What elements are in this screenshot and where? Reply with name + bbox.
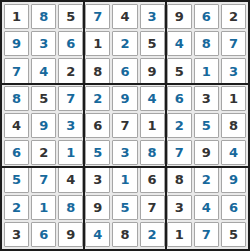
sudoku-cell-r2c7[interactable]: 4 <box>167 31 192 56</box>
given-digit: 9 <box>175 10 184 23</box>
solved-digit: 7 <box>12 65 21 78</box>
given-digit: 8 <box>229 119 238 132</box>
solved-digit: 7 <box>202 228 211 241</box>
given-digit: 8 <box>93 65 102 78</box>
given-digit: 6 <box>148 173 157 186</box>
given-digit: 9 <box>93 201 102 214</box>
sudoku-cell-r3c4[interactable]: 8 <box>85 58 110 83</box>
sudoku-cell-r7c5[interactable]: 1 <box>112 167 137 192</box>
sudoku-cell-r1c7[interactable]: 9 <box>167 4 192 29</box>
sudoku-cell-r8c3[interactable]: 8 <box>58 195 83 220</box>
sudoku-cell-r4c8[interactable]: 3 <box>194 86 219 111</box>
sudoku-cell-r6c5[interactable]: 3 <box>112 140 137 165</box>
solved-digit: 3 <box>66 119 75 132</box>
sudoku-cell-r4c9[interactable]: 1 <box>221 86 246 111</box>
solved-digit: 6 <box>229 201 238 214</box>
solved-digit: 3 <box>39 37 48 50</box>
given-digit: 6 <box>93 119 102 132</box>
solved-digit: 6 <box>120 65 129 78</box>
solved-digit: 8 <box>12 92 21 105</box>
given-digit: 4 <box>66 173 75 186</box>
sudoku-cell-r3c6[interactable]: 9 <box>140 58 165 83</box>
sudoku-cell-r5c9[interactable]: 8 <box>221 113 246 138</box>
given-digit: 4 <box>120 10 129 23</box>
solved-digit: 4 <box>229 146 238 159</box>
solved-digit: 7 <box>39 173 48 186</box>
solved-digit: 1 <box>120 173 129 186</box>
sudoku-cell-r6c3[interactable]: 1 <box>58 140 83 165</box>
sudoku-cell-r7c7[interactable]: 8 <box>167 167 192 192</box>
sudoku-cell-r6c9[interactable]: 4 <box>221 140 246 165</box>
sudoku-cell-r1c4[interactable]: 7 <box>85 4 110 29</box>
solved-digit: 9 <box>39 119 48 132</box>
solved-digit: 5 <box>202 119 211 132</box>
solved-digit: 2 <box>148 228 157 241</box>
given-digit: 2 <box>66 65 75 78</box>
sudoku-cell-r6c4[interactable]: 5 <box>85 140 110 165</box>
sudoku-cell-r1c2[interactable]: 8 <box>31 4 56 29</box>
given-digit: 3 <box>93 173 102 186</box>
sudoku-cell-r7c8[interactable]: 2 <box>194 167 219 192</box>
solved-digit: 1 <box>66 146 75 159</box>
sudoku-cell-r4c4[interactable]: 2 <box>85 86 110 111</box>
solved-digit: 7 <box>66 92 75 105</box>
solved-digit: 4 <box>93 228 102 241</box>
sudoku-cell-r6c1[interactable]: 6 <box>4 140 29 165</box>
given-digit: 1 <box>229 92 238 105</box>
solved-digit: 6 <box>175 92 184 105</box>
sudoku-cell-r4c5[interactable]: 9 <box>112 86 137 111</box>
solved-digit: 8 <box>66 201 75 214</box>
given-digit: 8 <box>120 228 129 241</box>
sudoku-cell-r1c8[interactable]: 6 <box>194 4 219 29</box>
sudoku-cell-r8c5[interactable]: 5 <box>112 195 137 220</box>
sudoku-cell-r8c7[interactable]: 3 <box>167 195 192 220</box>
sudoku-cell-r9c4[interactable]: 4 <box>85 222 110 247</box>
solved-digit: 2 <box>120 37 129 50</box>
solved-digit: 5 <box>93 146 102 159</box>
sudoku-grid: 1857439629361254877428695138572946314936… <box>2 2 248 249</box>
solved-digit: 1 <box>202 65 211 78</box>
sudoku-cell-r8c4[interactable]: 9 <box>85 195 110 220</box>
sudoku-cell-r1c1[interactable]: 1 <box>4 4 29 29</box>
given-digit: 5 <box>39 92 48 105</box>
sudoku-cell-r8c8[interactable]: 4 <box>194 195 219 220</box>
solved-digit: 2 <box>93 92 102 105</box>
given-digit: 5 <box>175 65 184 78</box>
solved-digit: 7 <box>229 37 238 50</box>
solved-digit: 2 <box>175 119 184 132</box>
solved-digit: 4 <box>202 201 211 214</box>
sudoku-cell-r5c7[interactable]: 2 <box>167 113 192 138</box>
solved-digit: 3 <box>120 146 129 159</box>
sudoku-cell-r9c7[interactable]: 1 <box>167 222 192 247</box>
solved-digit: 2 <box>12 201 21 214</box>
given-digit: 1 <box>93 37 102 50</box>
solved-digit: 4 <box>175 37 184 50</box>
sudoku-cell-r3c9[interactable]: 3 <box>221 58 246 83</box>
sudoku-board: 1857439629361254877428695138572946314936… <box>0 0 250 251</box>
sudoku-cell-r5c8[interactable]: 5 <box>194 113 219 138</box>
solved-digit: 9 <box>229 173 238 186</box>
sudoku-cell-r5c3[interactable]: 3 <box>58 113 83 138</box>
solved-digit: 3 <box>148 10 157 23</box>
sudoku-cell-r6c7[interactable]: 7 <box>167 140 192 165</box>
sudoku-cell-r2c6[interactable]: 5 <box>140 31 165 56</box>
sudoku-cell-r3c5[interactable]: 6 <box>112 58 137 83</box>
given-digit: 7 <box>120 119 129 132</box>
given-digit: 7 <box>148 201 157 214</box>
sudoku-cell-r3c3[interactable]: 2 <box>58 58 83 83</box>
solved-digit: 6 <box>66 37 75 50</box>
given-digit: 1 <box>175 228 184 241</box>
sudoku-cell-r9c5[interactable]: 8 <box>112 222 137 247</box>
sudoku-cell-r1c5[interactable]: 4 <box>112 4 137 29</box>
given-digit: 3 <box>202 92 211 105</box>
sudoku-cell-r6c6[interactable]: 8 <box>140 140 165 165</box>
sudoku-cell-r2c4[interactable]: 1 <box>85 31 110 56</box>
given-digit: 5 <box>229 228 238 241</box>
sudoku-cell-r2c5[interactable]: 2 <box>112 31 137 56</box>
given-digit: 9 <box>148 65 157 78</box>
sudoku-cell-r1c6[interactable]: 3 <box>140 4 165 29</box>
sudoku-cell-r1c9[interactable]: 2 <box>221 4 246 29</box>
sudoku-cell-r1c3[interactable]: 5 <box>58 4 83 29</box>
solved-digit: 4 <box>148 92 157 105</box>
solved-digit: 9 <box>12 37 21 50</box>
sudoku-cell-r4c2[interactable]: 5 <box>31 86 56 111</box>
sudoku-cell-r3c8[interactable]: 1 <box>194 58 219 83</box>
solved-digit: 4 <box>39 65 48 78</box>
sudoku-cell-r3c1[interactable]: 7 <box>4 58 29 83</box>
sudoku-cell-r9c9[interactable]: 5 <box>221 222 246 247</box>
sudoku-cell-r2c3[interactable]: 6 <box>58 31 83 56</box>
sudoku-cell-r7c2[interactable]: 7 <box>31 167 56 192</box>
solved-digit: 8 <box>202 37 211 50</box>
sudoku-cell-r8c9[interactable]: 6 <box>221 195 246 220</box>
solved-digit: 7 <box>175 146 184 159</box>
sudoku-cell-r2c1[interactable]: 9 <box>4 31 29 56</box>
given-digit: 2 <box>39 146 48 159</box>
solved-digit: 7 <box>93 10 102 23</box>
sudoku-cell-r3c7[interactable]: 5 <box>167 58 192 83</box>
solved-digit: 1 <box>39 201 48 214</box>
sudoku-cell-r7c3[interactable]: 4 <box>58 167 83 192</box>
given-digit: 9 <box>202 146 211 159</box>
given-digit: 4 <box>12 119 21 132</box>
sudoku-cell-r7c4[interactable]: 3 <box>85 167 110 192</box>
sudoku-cell-r2c9[interactable]: 7 <box>221 31 246 56</box>
solved-digit: 6 <box>12 146 21 159</box>
sudoku-cell-r9c6[interactable]: 2 <box>140 222 165 247</box>
sudoku-cell-r5c6[interactable]: 1 <box>140 113 165 138</box>
sudoku-cell-r4c1[interactable]: 8 <box>4 86 29 111</box>
given-digit: 5 <box>148 37 157 50</box>
sudoku-cell-r7c1[interactable]: 5 <box>4 167 29 192</box>
solved-digit: 8 <box>39 10 48 23</box>
sudoku-cell-r6c2[interactable]: 2 <box>31 140 56 165</box>
sudoku-cell-r9c3[interactable]: 9 <box>58 222 83 247</box>
sudoku-cell-r9c8[interactable]: 7 <box>194 222 219 247</box>
sudoku-cell-r7c9[interactable]: 9 <box>221 167 246 192</box>
solved-digit: 2 <box>202 173 211 186</box>
sudoku-cell-r2c8[interactable]: 8 <box>194 31 219 56</box>
sudoku-cell-r4c7[interactable]: 6 <box>167 86 192 111</box>
solved-digit: 5 <box>120 201 129 214</box>
sudoku-cell-r5c1[interactable]: 4 <box>4 113 29 138</box>
given-digit: 2 <box>229 10 238 23</box>
solved-digit: 9 <box>120 92 129 105</box>
given-digit: 8 <box>175 173 184 186</box>
solved-digit: 8 <box>148 146 157 159</box>
given-digit: 3 <box>175 201 184 214</box>
given-digit: 1 <box>12 10 21 23</box>
solved-digit: 5 <box>12 173 21 186</box>
given-digit: 9 <box>66 228 75 241</box>
sudoku-cell-r5c5[interactable]: 7 <box>112 113 137 138</box>
sudoku-cell-r7c6[interactable]: 6 <box>140 167 165 192</box>
sudoku-cell-r8c6[interactable]: 7 <box>140 195 165 220</box>
sudoku-cell-r4c6[interactable]: 4 <box>140 86 165 111</box>
sudoku-cell-r3c2[interactable]: 4 <box>31 58 56 83</box>
sudoku-cell-r8c1[interactable]: 2 <box>4 195 29 220</box>
given-digit: 1 <box>148 119 157 132</box>
given-digit: 3 <box>12 228 21 241</box>
sudoku-cell-r6c8[interactable]: 9 <box>194 140 219 165</box>
sudoku-cell-r5c4[interactable]: 6 <box>85 113 110 138</box>
sudoku-cell-r9c2[interactable]: 6 <box>31 222 56 247</box>
solved-digit: 3 <box>229 65 238 78</box>
sudoku-cell-r4c3[interactable]: 7 <box>58 86 83 111</box>
sudoku-cell-r2c2[interactable]: 3 <box>31 31 56 56</box>
solved-digit: 6 <box>39 228 48 241</box>
given-digit: 5 <box>66 10 75 23</box>
sudoku-cell-r8c2[interactable]: 1 <box>31 195 56 220</box>
sudoku-cell-r5c2[interactable]: 9 <box>31 113 56 138</box>
sudoku-cell-r9c1[interactable]: 3 <box>4 222 29 247</box>
solved-digit: 6 <box>202 10 211 23</box>
